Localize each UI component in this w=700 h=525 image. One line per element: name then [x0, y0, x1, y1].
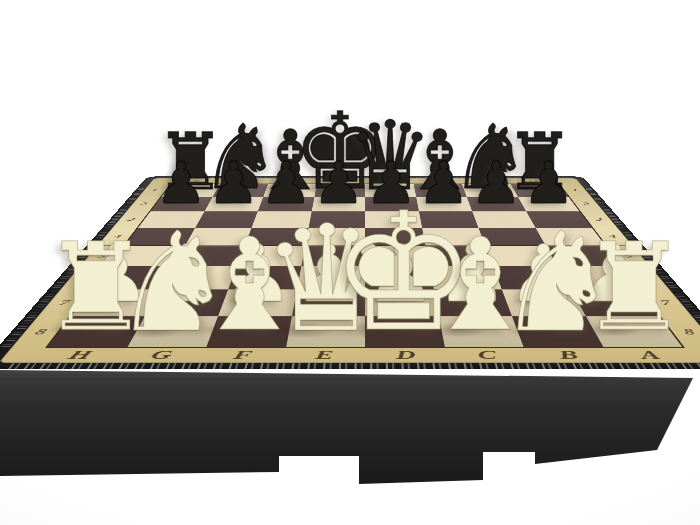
far-file-label: G: [479, 179, 491, 183]
square-e2: [365, 289, 438, 316]
far-file-label: B: [239, 179, 251, 183]
far-file-label: H: [526, 179, 540, 183]
square-h8: [510, 184, 568, 197]
square-d1: [286, 316, 365, 347]
square-a7: [150, 197, 212, 212]
square-c3: [228, 266, 301, 289]
square-g5: [478, 228, 545, 246]
square-b8: [212, 184, 268, 197]
square-b5: [185, 228, 252, 246]
square-f5: [422, 228, 486, 246]
square-d5: [305, 228, 365, 246]
square-f6: [419, 211, 479, 227]
square-h6: [526, 211, 592, 227]
file-label-D: D: [395, 348, 416, 362]
greek-key-trim-near: [8, 363, 700, 369]
square-d3: [297, 266, 365, 289]
square-e7: [365, 197, 419, 212]
square-c8: [263, 184, 316, 197]
square-f3: [429, 266, 502, 289]
square-c7: [258, 197, 314, 212]
square-e8: [365, 184, 416, 197]
square-b7: [204, 197, 263, 212]
square-e6: [365, 211, 422, 227]
square-c1: [206, 316, 291, 347]
far-file-label: F: [432, 179, 443, 183]
square-f4: [425, 246, 493, 266]
board-top-plane: HAGBFCEDDECFBGAH8877665544332211: [0, 176, 700, 369]
square-f7: [416, 197, 472, 212]
square-f2: [433, 289, 512, 316]
square-f8: [413, 184, 466, 197]
far-file-label: D: [335, 179, 346, 183]
square-b1: [127, 316, 218, 347]
square-b4: [173, 246, 245, 266]
square-c2: [218, 289, 297, 316]
file-label-C: C: [476, 348, 498, 362]
square-g7: [467, 197, 526, 212]
square-e4: [365, 246, 429, 266]
square-d7: [311, 197, 365, 212]
square-c5: [245, 228, 309, 246]
square-b3: [160, 266, 237, 289]
file-label-E: E: [314, 348, 334, 362]
square-g8: [462, 184, 518, 197]
square-h7: [518, 197, 580, 212]
square-c4: [237, 246, 305, 266]
square-d4: [301, 246, 365, 266]
file-label-F: F: [232, 348, 254, 362]
square-e3: [365, 266, 433, 289]
square-a5: [124, 228, 194, 246]
square-e5: [365, 228, 425, 246]
fold-seam: [94, 245, 636, 246]
square-d2: [292, 289, 365, 316]
far-file-label: C: [287, 179, 298, 183]
square-a8: [161, 184, 219, 197]
square-b6: [195, 211, 258, 227]
square-h5: [535, 228, 605, 246]
case-front-face: [0, 366, 700, 498]
square-d6: [308, 211, 365, 227]
square-e1: [365, 316, 444, 347]
square-d8: [314, 184, 365, 197]
square-b2: [145, 289, 229, 316]
square-g6: [472, 211, 535, 227]
far-file-label: E: [384, 179, 394, 183]
square-c6: [252, 211, 312, 227]
square-f1: [438, 316, 523, 347]
square-a6: [138, 211, 204, 227]
square-h4: [545, 246, 621, 266]
product-photo-stage: HAGBFCEDDECFBGAH8877665544332211 ♜♞♝♚♛♝♞…: [0, 0, 700, 525]
